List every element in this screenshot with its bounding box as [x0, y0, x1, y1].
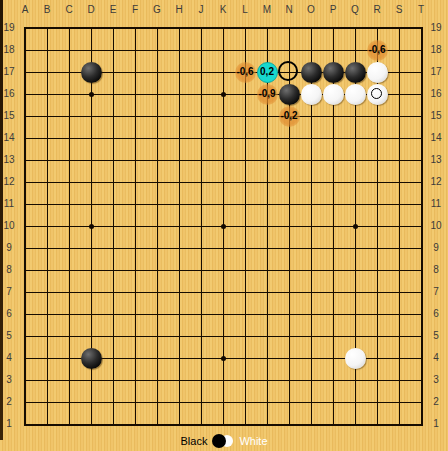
row-label-right: 12: [430, 177, 441, 187]
column-label: Q: [351, 5, 359, 15]
row-label-left: 15: [3, 111, 14, 121]
row-label-left: 5: [6, 331, 12, 341]
row-label-left: 12: [3, 177, 14, 187]
row-label-right: 9: [433, 243, 439, 253]
column-label: G: [153, 5, 161, 15]
row-label-right: 19: [430, 23, 441, 33]
column-label: R: [373, 5, 380, 15]
row-label-left: 3: [6, 375, 12, 385]
suggested-move-N15[interactable]: -0,2: [279, 106, 300, 127]
row-label-left: 19: [3, 23, 14, 33]
row-label-right: 2: [433, 397, 439, 407]
last-move-marker: [371, 88, 382, 99]
row-label-right: 6: [433, 309, 439, 319]
row-label-left: 16: [3, 89, 14, 99]
row-label-right: 15: [430, 111, 441, 121]
column-label: S: [396, 5, 403, 15]
black-stone-icon: [212, 434, 226, 448]
suggested-move-M17[interactable]: 0,2: [257, 62, 278, 83]
column-label: O: [307, 5, 315, 15]
column-label: M: [263, 5, 271, 15]
column-label: E: [110, 5, 117, 15]
row-label-left: 9: [6, 243, 12, 253]
row-label-left: 17: [3, 67, 14, 77]
row-label-left: 10: [3, 221, 14, 231]
black-stone[interactable]: [279, 84, 300, 105]
row-label-left: 2: [6, 397, 12, 407]
star-point: [221, 224, 226, 229]
suggested-move-M16[interactable]: -0,9: [257, 84, 278, 105]
row-label-left: 4: [6, 353, 12, 363]
row-label-right: 4: [433, 353, 439, 363]
suggested-move-R18[interactable]: -0,6: [367, 40, 388, 61]
black-player-label: Black: [180, 435, 207, 447]
row-label-left: 14: [3, 133, 14, 143]
status-bar: Black White: [0, 432, 448, 449]
row-label-right: 5: [433, 331, 439, 341]
column-label: N: [285, 5, 292, 15]
row-label-right: 17: [430, 67, 441, 77]
row-label-right: 3: [433, 375, 439, 385]
row-label-left: 18: [3, 45, 14, 55]
row-label-right: 13: [430, 155, 441, 165]
white-player-label: White: [239, 435, 267, 447]
row-label-right: 18: [430, 45, 441, 55]
white-stone[interactable]: [345, 348, 366, 369]
black-stone[interactable]: [301, 62, 322, 83]
go-app-window: ABCDEFGHJKLMNOPQRST191918181717161615151…: [0, 0, 448, 451]
column-label: L: [242, 5, 248, 15]
column-label: P: [330, 5, 337, 15]
column-label: T: [418, 5, 424, 15]
white-stone[interactable]: [345, 84, 366, 105]
star-point: [221, 92, 226, 97]
star-point: [353, 224, 358, 229]
star-point: [89, 224, 94, 229]
suggested-move-L17[interactable]: -0,6: [235, 62, 256, 83]
column-label: D: [87, 5, 94, 15]
row-label-left: 11: [4, 199, 14, 209]
move-value-label: 0,2: [260, 67, 274, 77]
row-label-left: 1: [6, 419, 12, 429]
row-label-right: 7: [433, 287, 439, 297]
black-stone[interactable]: [345, 62, 366, 83]
black-stone[interactable]: [81, 62, 102, 83]
move-value-label: -0,6: [368, 45, 385, 55]
move-value-label: -0,6: [236, 67, 253, 77]
column-label: B: [44, 5, 51, 15]
column-label: J: [199, 5, 204, 15]
white-stone[interactable]: [301, 84, 322, 105]
column-label: C: [65, 5, 72, 15]
black-stone[interactable]: [81, 348, 102, 369]
row-label-right: 16: [430, 89, 441, 99]
row-label-right: 10: [430, 221, 441, 231]
move-value-label: -0,9: [258, 89, 275, 99]
row-label-left: 6: [6, 309, 12, 319]
stone-pair-icon: [212, 434, 234, 448]
white-stone[interactable]: [323, 84, 344, 105]
row-label-right: 11: [431, 199, 441, 209]
row-label-right: 1: [433, 419, 439, 429]
column-label: A: [22, 5, 29, 15]
row-label-right: 14: [430, 133, 441, 143]
star-point: [89, 92, 94, 97]
black-stone[interactable]: [323, 62, 344, 83]
go-board[interactable]: ABCDEFGHJKLMNOPQRST191918181717161615151…: [0, 0, 448, 430]
column-label: H: [175, 5, 182, 15]
column-label: K: [220, 5, 227, 15]
white-stone[interactable]: [367, 62, 388, 83]
row-label-left: 7: [6, 287, 12, 297]
star-point: [221, 356, 226, 361]
column-label: F: [132, 5, 138, 15]
row-label-left: 13: [3, 155, 14, 165]
row-label-right: 8: [433, 265, 439, 275]
move-value-label: -0,2: [280, 111, 297, 121]
row-label-left: 8: [6, 265, 12, 275]
